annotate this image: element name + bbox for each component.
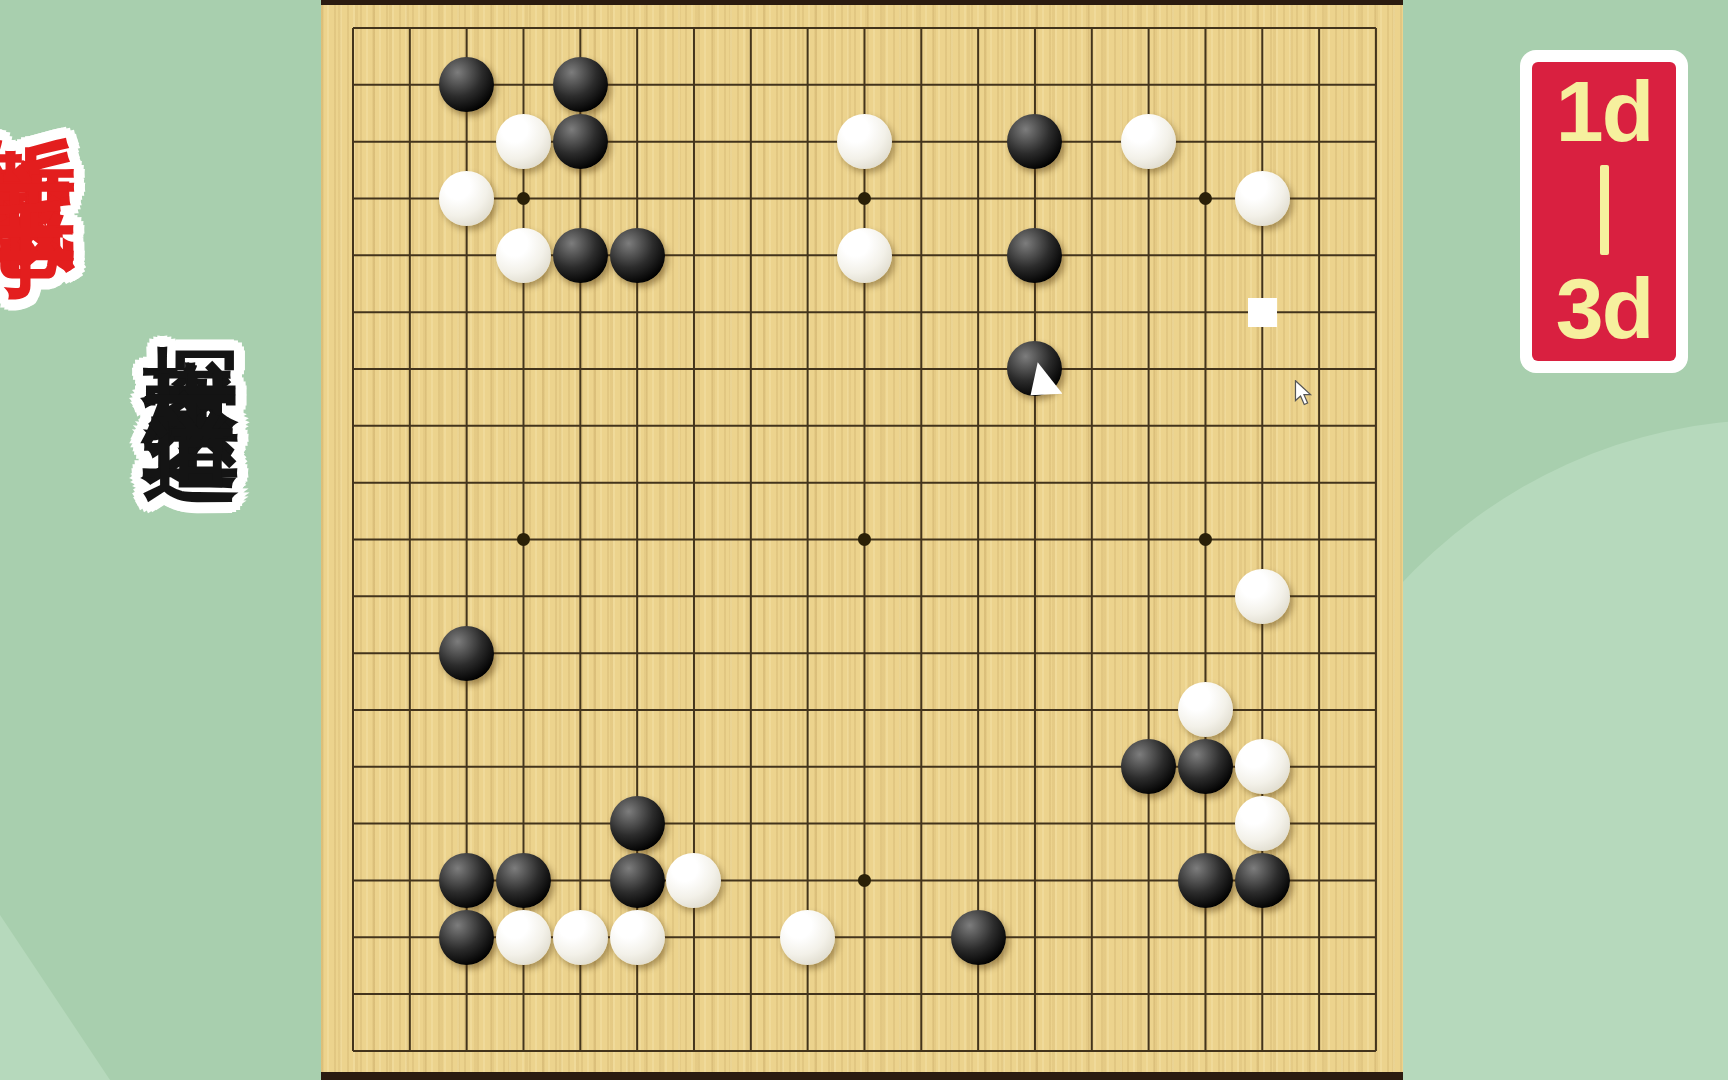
stone-black (1007, 341, 1062, 396)
stone-white (1235, 739, 1290, 794)
stone-white (553, 910, 608, 965)
stone-black (439, 626, 494, 681)
stone-white (837, 114, 892, 169)
last-move-triangle-marker (1007, 341, 1062, 396)
stone-black (1178, 739, 1233, 794)
stone-black (439, 910, 494, 965)
stone-white (1235, 171, 1290, 226)
stone-black (553, 57, 608, 112)
stone-white (610, 910, 665, 965)
stone-white (1235, 796, 1290, 851)
mouse-cursor-icon (1291, 380, 1315, 406)
stone-black (610, 228, 665, 283)
stone-black (951, 910, 1006, 965)
stone-black (1235, 853, 1290, 908)
caption-red-column: 斩断实战恶手 (0, 56, 78, 128)
go-board[interactable] (321, 0, 1403, 1080)
stone-black (1007, 228, 1062, 283)
stone-black (1178, 853, 1233, 908)
stone-black (610, 796, 665, 851)
stone-white (780, 910, 835, 965)
stone-white (1235, 569, 1290, 624)
rank-from-label: 1d (1556, 68, 1652, 154)
stone-white (496, 228, 551, 283)
stone-white (439, 171, 494, 226)
rank-range-bar-icon (1600, 165, 1609, 255)
stone-black (610, 853, 665, 908)
stone-white (496, 114, 551, 169)
white-square-marker (1248, 298, 1277, 327)
stone-white (1121, 114, 1176, 169)
stone-white (496, 910, 551, 965)
stone-white (837, 228, 892, 283)
rank-badge-inner: 1d 3d (1532, 62, 1676, 361)
rank-badge: 1d 3d (1520, 50, 1688, 373)
caption-black-column: 探索棋之正道 (144, 268, 241, 346)
stone-black (553, 114, 608, 169)
stone-black (439, 853, 494, 908)
stone-black (496, 853, 551, 908)
background-light-wedge (0, 915, 110, 1080)
rank-to-label: 3d (1556, 265, 1652, 351)
stone-black (553, 228, 608, 283)
